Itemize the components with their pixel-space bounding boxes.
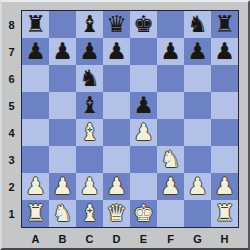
white-pawn-icon[interactable]: ♟	[76, 173, 103, 200]
square-g3[interactable]	[184, 146, 211, 173]
square-c3[interactable]	[76, 146, 103, 173]
white-pawn-icon[interactable]: ♟	[22, 173, 49, 200]
square-b1[interactable]: ♞	[49, 200, 76, 227]
square-b6[interactable]	[49, 65, 76, 92]
square-e4[interactable]: ♟	[130, 119, 157, 146]
chess-board: ♜♝♛♚♞♜♟♟♟♟♟♟♟♞♝♟♝♟♞♟♟♟♟♟♟♟♜♞♝♛♚♜	[21, 10, 239, 228]
square-b2[interactable]: ♟	[49, 173, 76, 200]
black-pawn-icon[interactable]: ♟	[211, 38, 238, 65]
square-f4[interactable]	[157, 119, 184, 146]
square-g8[interactable]: ♞	[184, 11, 211, 38]
square-h6[interactable]	[211, 65, 238, 92]
square-f1[interactable]	[157, 200, 184, 227]
white-pawn-icon[interactable]: ♟	[157, 173, 184, 200]
white-knight-icon[interactable]: ♞	[157, 146, 184, 173]
black-pawn-icon[interactable]: ♟	[49, 38, 76, 65]
square-e2[interactable]	[130, 173, 157, 200]
white-king-icon[interactable]: ♚	[130, 200, 157, 227]
square-a2[interactable]: ♟	[22, 173, 49, 200]
white-bishop-icon[interactable]: ♝	[76, 200, 103, 227]
square-a7[interactable]: ♟	[22, 38, 49, 65]
white-pawn-icon[interactable]: ♟	[49, 173, 76, 200]
square-a8[interactable]: ♜	[22, 11, 49, 38]
square-f2[interactable]: ♟	[157, 173, 184, 200]
black-rook-icon[interactable]: ♜	[211, 11, 238, 38]
square-a5[interactable]	[22, 92, 49, 119]
square-e7[interactable]	[130, 38, 157, 65]
square-g5[interactable]	[184, 92, 211, 119]
square-d6[interactable]	[103, 65, 130, 92]
square-f8[interactable]	[157, 11, 184, 38]
square-f7[interactable]: ♟	[157, 38, 184, 65]
rank-label-7: 7	[2, 38, 21, 65]
white-bishop-icon[interactable]: ♝	[76, 119, 103, 146]
square-e6[interactable]	[130, 65, 157, 92]
white-pawn-icon[interactable]: ♟	[130, 119, 157, 146]
black-pawn-icon[interactable]: ♟	[103, 38, 130, 65]
white-queen-icon[interactable]: ♛	[103, 200, 130, 227]
chess-app-window: 87654321 ♜♝♛♚♞♜♟♟♟♟♟♟♟♞♝♟♝♟♞♟♟♟♟♟♟♟♜♞♝♛♚…	[0, 0, 250, 250]
square-d5[interactable]	[103, 92, 130, 119]
square-c7[interactable]: ♟	[76, 38, 103, 65]
black-pawn-icon[interactable]: ♟	[22, 38, 49, 65]
file-label-e: E	[130, 230, 157, 248]
black-pawn-icon[interactable]: ♟	[184, 38, 211, 65]
white-pawn-icon[interactable]: ♟	[103, 173, 130, 200]
rank-label-3: 3	[2, 146, 21, 173]
square-f3[interactable]: ♞	[157, 146, 184, 173]
square-b4[interactable]	[49, 119, 76, 146]
square-g1[interactable]	[184, 200, 211, 227]
square-g7[interactable]: ♟	[184, 38, 211, 65]
square-b7[interactable]: ♟	[49, 38, 76, 65]
square-d8[interactable]: ♛	[103, 11, 130, 38]
black-bishop-icon[interactable]: ♝	[76, 92, 103, 119]
square-a3[interactable]	[22, 146, 49, 173]
rank-label-6: 6	[2, 65, 21, 92]
rank-label-4: 4	[2, 119, 21, 146]
file-label-g: G	[184, 230, 211, 248]
square-h5[interactable]	[211, 92, 238, 119]
square-b5[interactable]	[49, 92, 76, 119]
white-rook-icon[interactable]: ♜	[22, 200, 49, 227]
square-c8[interactable]: ♝	[76, 11, 103, 38]
file-label-a: A	[22, 230, 49, 248]
rank-label-5: 5	[2, 92, 21, 119]
black-rook-icon[interactable]: ♜	[22, 11, 49, 38]
square-h1[interactable]: ♜	[211, 200, 238, 227]
black-knight-icon[interactable]: ♞	[76, 65, 103, 92]
square-d3[interactable]	[103, 146, 130, 173]
file-label-f: F	[157, 230, 184, 248]
file-labels: ABCDEFGH	[22, 230, 238, 248]
square-c6[interactable]: ♞	[76, 65, 103, 92]
file-label-b: B	[49, 230, 76, 248]
black-knight-icon[interactable]: ♞	[184, 11, 211, 38]
square-d4[interactable]	[103, 119, 130, 146]
square-h3[interactable]	[211, 146, 238, 173]
rank-label-1: 1	[2, 200, 21, 227]
square-c4[interactable]: ♝	[76, 119, 103, 146]
white-rook-icon[interactable]: ♜	[211, 200, 238, 227]
rank-label-8: 8	[2, 11, 21, 38]
square-e8[interactable]: ♚	[130, 11, 157, 38]
square-f5[interactable]	[157, 92, 184, 119]
file-label-c: C	[76, 230, 103, 248]
black-pawn-icon[interactable]: ♟	[130, 92, 157, 119]
square-a6[interactable]	[22, 65, 49, 92]
square-c1[interactable]: ♝	[76, 200, 103, 227]
white-knight-icon[interactable]: ♞	[49, 200, 76, 227]
square-e5[interactable]: ♟	[130, 92, 157, 119]
black-king-icon[interactable]: ♚	[130, 11, 157, 38]
file-label-d: D	[103, 230, 130, 248]
file-label-h: H	[211, 230, 238, 248]
black-pawn-icon[interactable]: ♟	[157, 38, 184, 65]
square-e3[interactable]	[130, 146, 157, 173]
black-queen-icon[interactable]: ♛	[103, 11, 130, 38]
square-g6[interactable]	[184, 65, 211, 92]
square-b8[interactable]	[49, 11, 76, 38]
black-pawn-icon[interactable]: ♟	[76, 38, 103, 65]
square-c2[interactable]: ♟	[76, 173, 103, 200]
square-d1[interactable]: ♛	[103, 200, 130, 227]
square-c5[interactable]: ♝	[76, 92, 103, 119]
white-pawn-icon[interactable]: ♟	[184, 173, 211, 200]
square-h7[interactable]: ♟	[211, 38, 238, 65]
rank-labels: 87654321	[2, 11, 21, 227]
square-a4[interactable]	[22, 119, 49, 146]
square-b3[interactable]	[49, 146, 76, 173]
white-pawn-icon[interactable]: ♟	[211, 173, 238, 200]
square-g2[interactable]: ♟	[184, 173, 211, 200]
square-h4[interactable]	[211, 119, 238, 146]
square-d7[interactable]: ♟	[103, 38, 130, 65]
black-bishop-icon[interactable]: ♝	[76, 11, 103, 38]
square-d2[interactable]: ♟	[103, 173, 130, 200]
rank-label-2: 2	[2, 173, 21, 200]
square-e1[interactable]: ♚	[130, 200, 157, 227]
square-h8[interactable]: ♜	[211, 11, 238, 38]
square-a1[interactable]: ♜	[22, 200, 49, 227]
square-g4[interactable]	[184, 119, 211, 146]
square-h2[interactable]: ♟	[211, 173, 238, 200]
square-f6[interactable]	[157, 65, 184, 92]
